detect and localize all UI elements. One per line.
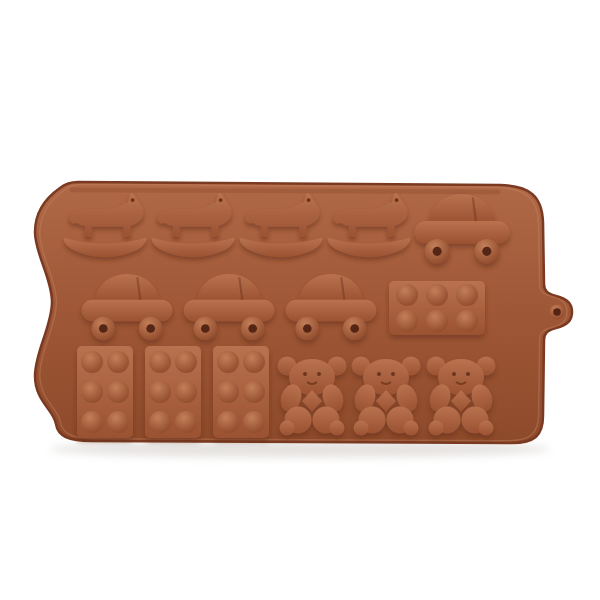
mold-cavity-lego-brick-2x3 (389, 281, 485, 335)
hang-tab-hole (550, 305, 565, 320)
mold-cavity-lego-brick-3x2 (77, 346, 133, 438)
top-wall-shade (72, 190, 498, 192)
mold-cavity-lego-brick-3x2 (213, 346, 269, 438)
product-photo-stage (0, 0, 600, 600)
hang-tab-hole-center (553, 308, 561, 316)
mold-cavity-lego-brick-3x2 (145, 346, 201, 438)
chocolate-mold-photo (0, 0, 600, 600)
